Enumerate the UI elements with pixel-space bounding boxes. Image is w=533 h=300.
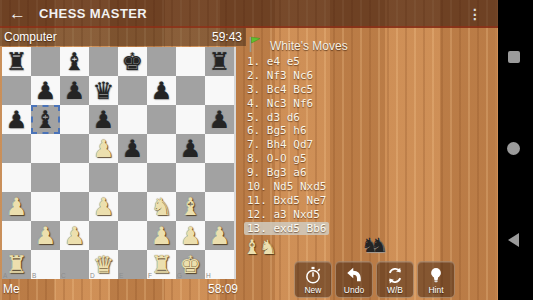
square-g6[interactable] xyxy=(176,105,205,134)
file-label-c: C xyxy=(61,272,66,279)
white-bishop: ♝ xyxy=(176,192,205,221)
overflow-menu-icon[interactable]: ⋮ xyxy=(468,6,482,22)
chess-board[interactable]: ♜♝♚♜♟♟♛♟♟♝♟♟♟♟♟♟♟♞♝♟♟♟♟♟♜♛♜♚ABCDEFGH xyxy=(2,47,236,279)
square-d8[interactable] xyxy=(89,47,118,76)
square-g2[interactable]: ♟ xyxy=(176,221,205,250)
move-panel-title: White's Moves xyxy=(270,39,348,53)
square-g7[interactable] xyxy=(176,76,205,105)
android-nav-bar xyxy=(498,0,533,300)
app-title: CHESS MASTER xyxy=(39,6,147,21)
square-c4[interactable] xyxy=(60,163,89,192)
square-d2[interactable] xyxy=(89,221,118,250)
black-rook: ♜ xyxy=(2,47,31,76)
black-bishop: ♝ xyxy=(60,47,89,76)
player-clock: 58:09 xyxy=(208,282,238,296)
hint-button[interactable]: Hint xyxy=(417,261,455,298)
square-f7[interactable]: ♟ xyxy=(147,76,176,105)
square-c8[interactable]: ♝ xyxy=(60,47,89,76)
move-row-8: 8. O-O g5 xyxy=(244,152,419,166)
square-b6[interactable]: ♝ xyxy=(31,105,60,134)
move-row-13: 13. exd5 Bb6 xyxy=(244,222,419,236)
move-row-5: 5. d3 d6 xyxy=(244,111,419,125)
square-f8[interactable] xyxy=(147,47,176,76)
square-h7[interactable] xyxy=(205,76,234,105)
white-knight: ♞ xyxy=(147,192,176,221)
square-e3[interactable] xyxy=(118,192,147,221)
undo-arrow-icon xyxy=(345,266,363,285)
hint-label: Hint xyxy=(428,286,443,295)
square-b4[interactable] xyxy=(31,163,60,192)
black-pawn: ♟ xyxy=(147,76,176,105)
file-label-g: G xyxy=(177,272,182,279)
move-panel-header: White's Moves xyxy=(248,35,419,53)
square-d7[interactable]: ♛ xyxy=(89,76,118,105)
white-pawn: ♟ xyxy=(147,221,176,250)
square-b3[interactable] xyxy=(31,192,60,221)
white-pawn: ♟ xyxy=(89,134,118,163)
black-queen: ♛ xyxy=(89,76,118,105)
home-icon[interactable] xyxy=(507,142,520,155)
app-bar: ← CHESS MASTER ⋮ xyxy=(0,0,533,28)
square-h2[interactable]: ♟ xyxy=(205,221,234,250)
white-pawn: ♟ xyxy=(205,221,234,250)
square-h6[interactable]: ♟ xyxy=(205,105,234,134)
move-panel: White's Moves 1. e4 e52. Nf3 Nc63. Bc4 B… xyxy=(244,35,419,236)
lightbulb-icon xyxy=(427,266,445,285)
square-d6[interactable]: ♟ xyxy=(89,105,118,134)
black-bishop: ♝ xyxy=(31,105,60,134)
file-label-e: E xyxy=(119,272,123,279)
square-a6[interactable]: ♟ xyxy=(2,105,31,134)
square-h5[interactable] xyxy=(205,134,234,163)
square-g8[interactable] xyxy=(176,47,205,76)
square-d4[interactable] xyxy=(89,163,118,192)
move-row-6: 6. Bg5 h6 xyxy=(244,124,419,138)
move-row-12: 12. a3 Nxd5 xyxy=(244,208,419,222)
square-e4[interactable] xyxy=(118,163,147,192)
new-game-button[interactable]: New xyxy=(294,261,332,298)
opponent-clock: 59:43 xyxy=(212,30,242,44)
black-pawn: ♟ xyxy=(205,105,234,134)
square-g5[interactable]: ♟ xyxy=(176,134,205,163)
captured-black-knight: ♞ xyxy=(370,233,379,257)
move-row-3: 3. Bc4 Bc5 xyxy=(244,83,419,97)
move-list[interactable]: 1. e4 e52. Nf3 Nc63. Bc4 Bc54. Nc3 Nf65.… xyxy=(244,55,419,236)
square-a7[interactable] xyxy=(2,76,31,105)
square-f5[interactable] xyxy=(147,134,176,163)
square-g3[interactable]: ♝ xyxy=(176,192,205,221)
white-pawn: ♟ xyxy=(31,221,60,250)
square-c7[interactable]: ♟ xyxy=(60,76,89,105)
recents-icon[interactable] xyxy=(508,51,520,63)
square-b8[interactable] xyxy=(31,47,60,76)
square-d5[interactable]: ♟ xyxy=(89,134,118,163)
file-label-d: D xyxy=(90,272,95,279)
black-pawn: ♟ xyxy=(118,134,147,163)
square-a2[interactable] xyxy=(2,221,31,250)
switch-sides-label: W/B xyxy=(387,286,403,295)
stopwatch-icon xyxy=(304,266,322,285)
captured-white-knight: ♞ xyxy=(259,235,275,259)
square-f3[interactable]: ♞ xyxy=(147,192,176,221)
black-king: ♚ xyxy=(118,47,147,76)
undo-label: Undo xyxy=(344,286,364,295)
move-row-9: 9. Bg3 a6 xyxy=(244,166,419,180)
square-a3[interactable]: ♟ xyxy=(2,192,31,221)
black-pawn: ♟ xyxy=(176,134,205,163)
file-label-b: B xyxy=(32,272,36,279)
square-e5[interactable]: ♟ xyxy=(118,134,147,163)
square-b7[interactable]: ♟ xyxy=(31,76,60,105)
square-e8[interactable]: ♚ xyxy=(118,47,147,76)
black-pawn: ♟ xyxy=(89,105,118,134)
move-row-11: 11. Bxd5 Ne7 xyxy=(244,194,419,208)
square-a8[interactable]: ♜ xyxy=(2,47,31,76)
undo-button[interactable]: Undo xyxy=(335,261,373,298)
square-c3[interactable] xyxy=(60,192,89,221)
square-f4[interactable] xyxy=(147,163,176,192)
move-row-4: 4. Nc3 Nf6 xyxy=(244,97,419,111)
move-row-2: 2. Nf3 Nc6 xyxy=(244,69,419,83)
move-row-10: 10. Nd5 Nxd5 xyxy=(244,180,419,194)
square-e7[interactable] xyxy=(118,76,147,105)
toolbar: New Undo W/B Hint xyxy=(294,261,455,298)
captured-white-pieces: ♝♞ xyxy=(243,236,275,258)
captured-black-knight: ♞ xyxy=(361,233,370,257)
square-f6[interactable] xyxy=(147,105,176,134)
file-label-h: H xyxy=(206,272,211,279)
square-e2[interactable] xyxy=(118,221,147,250)
black-rook: ♜ xyxy=(205,47,234,76)
player-bar: Me 58:09 xyxy=(0,280,242,297)
opponent-bar: Computer 59:43 xyxy=(0,28,246,46)
move-row-7: 7. Bh4 Qd7 xyxy=(244,138,419,152)
white-pawn: ♟ xyxy=(2,192,31,221)
square-h3[interactable] xyxy=(205,192,234,221)
white-pawn: ♟ xyxy=(176,221,205,250)
square-a5[interactable] xyxy=(2,134,31,163)
player-name: Me xyxy=(3,282,20,296)
swap-arrows-icon xyxy=(386,266,404,285)
new-game-label: New xyxy=(304,286,321,295)
square-c6[interactable] xyxy=(60,105,89,134)
back-icon[interactable] xyxy=(508,233,519,247)
square-g4[interactable] xyxy=(176,163,205,192)
file-label-a: A xyxy=(3,272,7,279)
black-pawn: ♟ xyxy=(31,76,60,105)
white-pawn: ♟ xyxy=(60,221,89,250)
move-row-1: 1. e4 e5 xyxy=(244,55,419,69)
square-f2[interactable]: ♟ xyxy=(147,221,176,250)
square-h8[interactable]: ♜ xyxy=(205,47,234,76)
file-label-f: F xyxy=(148,272,152,279)
captured-white-bishop: ♝ xyxy=(243,235,259,259)
square-c5[interactable] xyxy=(60,134,89,163)
black-pawn: ♟ xyxy=(60,76,89,105)
captured-black-pieces: ♞♞ xyxy=(361,234,379,256)
green-flag-icon xyxy=(248,36,261,53)
white-pawn: ♟ xyxy=(89,192,118,221)
square-c2[interactable]: ♟ xyxy=(60,221,89,250)
square-b5[interactable] xyxy=(31,134,60,163)
square-b2[interactable]: ♟ xyxy=(31,221,60,250)
square-h4[interactable] xyxy=(205,163,234,192)
black-pawn: ♟ xyxy=(2,105,31,134)
square-d3[interactable]: ♟ xyxy=(89,192,118,221)
square-e6[interactable] xyxy=(118,105,147,134)
opponent-name: Computer xyxy=(4,30,57,44)
chess-master-app: ← CHESS MASTER ⋮ Computer 59:43 ♜♝♚♜♟♟♛♟… xyxy=(0,0,533,300)
square-a4[interactable] xyxy=(2,163,31,192)
back-arrow-icon[interactable]: ← xyxy=(9,5,26,22)
switch-sides-button[interactable]: W/B xyxy=(376,261,414,298)
